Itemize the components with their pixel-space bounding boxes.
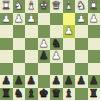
- square-b7[interactable]: ♟: [75, 75, 88, 88]
- square-h7[interactable]: ♟: [0, 75, 13, 88]
- black-pawn-a7[interactable]: ♟: [89, 75, 99, 87]
- square-b2[interactable]: ♟: [75, 13, 88, 26]
- black-bishop-c8[interactable]: ♝: [64, 88, 74, 100]
- white-pawn-a2[interactable]: ♟: [89, 13, 99, 25]
- black-pawn-h7[interactable]: ♟: [1, 75, 11, 87]
- square-h2[interactable]: ♟: [0, 13, 13, 26]
- square-h3[interactable]: [0, 25, 13, 38]
- square-g6[interactable]: [13, 63, 26, 76]
- white-knight-g1[interactable]: ♞: [14, 0, 24, 12]
- black-king-e8[interactable]: ♚: [39, 88, 49, 100]
- square-f2[interactable]: ♟: [25, 13, 38, 26]
- square-d6[interactable]: [50, 63, 63, 76]
- square-c4[interactable]: [63, 38, 76, 51]
- square-g4[interactable]: [13, 38, 26, 51]
- white-pawn-b2[interactable]: ♟: [76, 13, 86, 25]
- square-d1[interactable]: ♛: [50, 0, 63, 13]
- white-pawn-g2[interactable]: ♟: [14, 13, 24, 25]
- square-f4[interactable]: [25, 38, 38, 51]
- square-c8[interactable]: ♝: [63, 88, 76, 101]
- square-f5[interactable]: [25, 50, 38, 63]
- white-pawn-f2[interactable]: ♟: [26, 13, 36, 25]
- black-rook-h8[interactable]: ♜: [1, 88, 11, 100]
- white-pawn-d5[interactable]: ♟: [51, 50, 61, 62]
- black-pawn-c7[interactable]: ♟: [64, 75, 74, 87]
- white-rook-h1[interactable]: ♜: [1, 0, 11, 12]
- square-h5[interactable]: [0, 50, 13, 63]
- square-g5[interactable]: [13, 50, 26, 63]
- white-king-e1[interactable]: ♚: [39, 0, 49, 12]
- square-a8[interactable]: ♜: [88, 88, 101, 101]
- white-pawn-c3[interactable]: ♟: [64, 25, 74, 37]
- square-g3[interactable]: [13, 25, 26, 38]
- square-a4[interactable]: [88, 38, 101, 51]
- black-pawn-e5[interactable]: ♟: [39, 50, 49, 62]
- square-d8[interactable]: ♛: [50, 88, 63, 101]
- square-a3[interactable]: [88, 25, 101, 38]
- square-f6[interactable]: [25, 63, 38, 76]
- square-d7[interactable]: ♟: [50, 75, 63, 88]
- square-g7[interactable]: ♟: [13, 75, 26, 88]
- black-pawn-b7[interactable]: ♟: [76, 75, 86, 87]
- square-f3[interactable]: [25, 25, 38, 38]
- square-h6[interactable]: [0, 63, 13, 76]
- white-bishop-f1[interactable]: ♝: [26, 0, 36, 12]
- black-knight-d4[interactable]: ♞: [51, 38, 61, 50]
- square-h8[interactable]: ♜: [0, 88, 13, 101]
- chess-board: ♜♞♝♚♛♝♞♜♟♟♟♟♟♟♟♞♟♟♟♟♟♟♟♟♟♜♞♝♚♛♝♜: [0, 0, 100, 100]
- square-e3[interactable]: [38, 25, 51, 38]
- square-f7[interactable]: ♟: [25, 75, 38, 88]
- white-pawn-e4[interactable]: ♟: [39, 38, 49, 50]
- square-d4[interactable]: ♞: [50, 38, 63, 51]
- white-pawn-h2[interactable]: ♟: [1, 13, 11, 25]
- square-c2[interactable]: [63, 13, 76, 26]
- square-b6[interactable]: [75, 63, 88, 76]
- white-rook-a1[interactable]: ♜: [89, 0, 99, 12]
- square-g8[interactable]: ♞: [13, 88, 26, 101]
- square-e5[interactable]: ♟: [38, 50, 51, 63]
- black-rook-a8[interactable]: ♜: [89, 88, 99, 100]
- square-e2[interactable]: [38, 13, 51, 26]
- square-e1[interactable]: ♚: [38, 0, 51, 13]
- square-c3[interactable]: ♟: [63, 25, 76, 38]
- square-g2[interactable]: ♟: [13, 13, 26, 26]
- square-d3[interactable]: [50, 25, 63, 38]
- square-f8[interactable]: ♝: [25, 88, 38, 101]
- square-e4[interactable]: ♟: [38, 38, 51, 51]
- black-queen-d8[interactable]: ♛: [51, 88, 61, 100]
- square-d2[interactable]: [50, 13, 63, 26]
- square-b4[interactable]: [75, 38, 88, 51]
- square-e6[interactable]: [38, 63, 51, 76]
- black-knight-g8[interactable]: ♞: [14, 88, 24, 100]
- square-g1[interactable]: ♞: [13, 0, 26, 13]
- square-b1[interactable]: ♞: [75, 0, 88, 13]
- white-bishop-c1[interactable]: ♝: [64, 0, 74, 12]
- square-a6[interactable]: [88, 63, 101, 76]
- black-pawn-f7[interactable]: ♟: [26, 75, 36, 87]
- square-f1[interactable]: ♝: [25, 0, 38, 13]
- square-h4[interactable]: [0, 38, 13, 51]
- white-queen-d1[interactable]: ♛: [51, 0, 61, 12]
- square-e7[interactable]: [38, 75, 51, 88]
- square-c5[interactable]: [63, 50, 76, 63]
- square-a7[interactable]: ♟: [88, 75, 101, 88]
- black-bishop-f8[interactable]: ♝: [26, 88, 36, 100]
- square-b8[interactable]: [75, 88, 88, 101]
- square-b5[interactable]: [75, 50, 88, 63]
- square-e8[interactable]: ♚: [38, 88, 51, 101]
- square-c6[interactable]: [63, 63, 76, 76]
- square-a1[interactable]: ♜: [88, 0, 101, 13]
- black-pawn-d7[interactable]: ♟: [51, 75, 61, 87]
- white-knight-b1[interactable]: ♞: [76, 0, 86, 12]
- square-c1[interactable]: ♝: [63, 0, 76, 13]
- square-c7[interactable]: ♟: [63, 75, 76, 88]
- black-pawn-g7[interactable]: ♟: [14, 75, 24, 87]
- square-a2[interactable]: ♟: [88, 13, 101, 26]
- square-d5[interactable]: ♟: [50, 50, 63, 63]
- square-b3[interactable]: [75, 25, 88, 38]
- square-h1[interactable]: ♜: [0, 0, 13, 13]
- square-a5[interactable]: [88, 50, 101, 63]
